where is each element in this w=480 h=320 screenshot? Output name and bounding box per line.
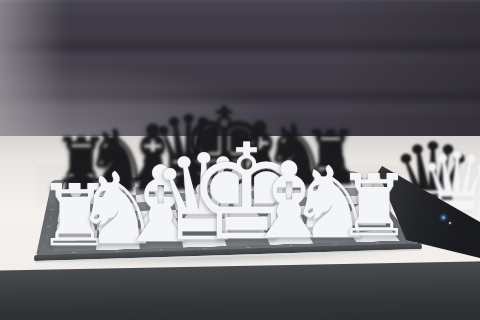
status-led bbox=[449, 222, 451, 224]
table-front-edge bbox=[0, 261, 480, 320]
piece-white-rook[interactable]: ♜ bbox=[336, 163, 412, 248]
power-led bbox=[442, 216, 445, 219]
chess-photo-scene: 87654321abcdefgh ♜♞♝♛♚♝♞♜♟♟♟♟♟♟♟♟♟♟♟♟♟♟♟… bbox=[0, 0, 480, 320]
